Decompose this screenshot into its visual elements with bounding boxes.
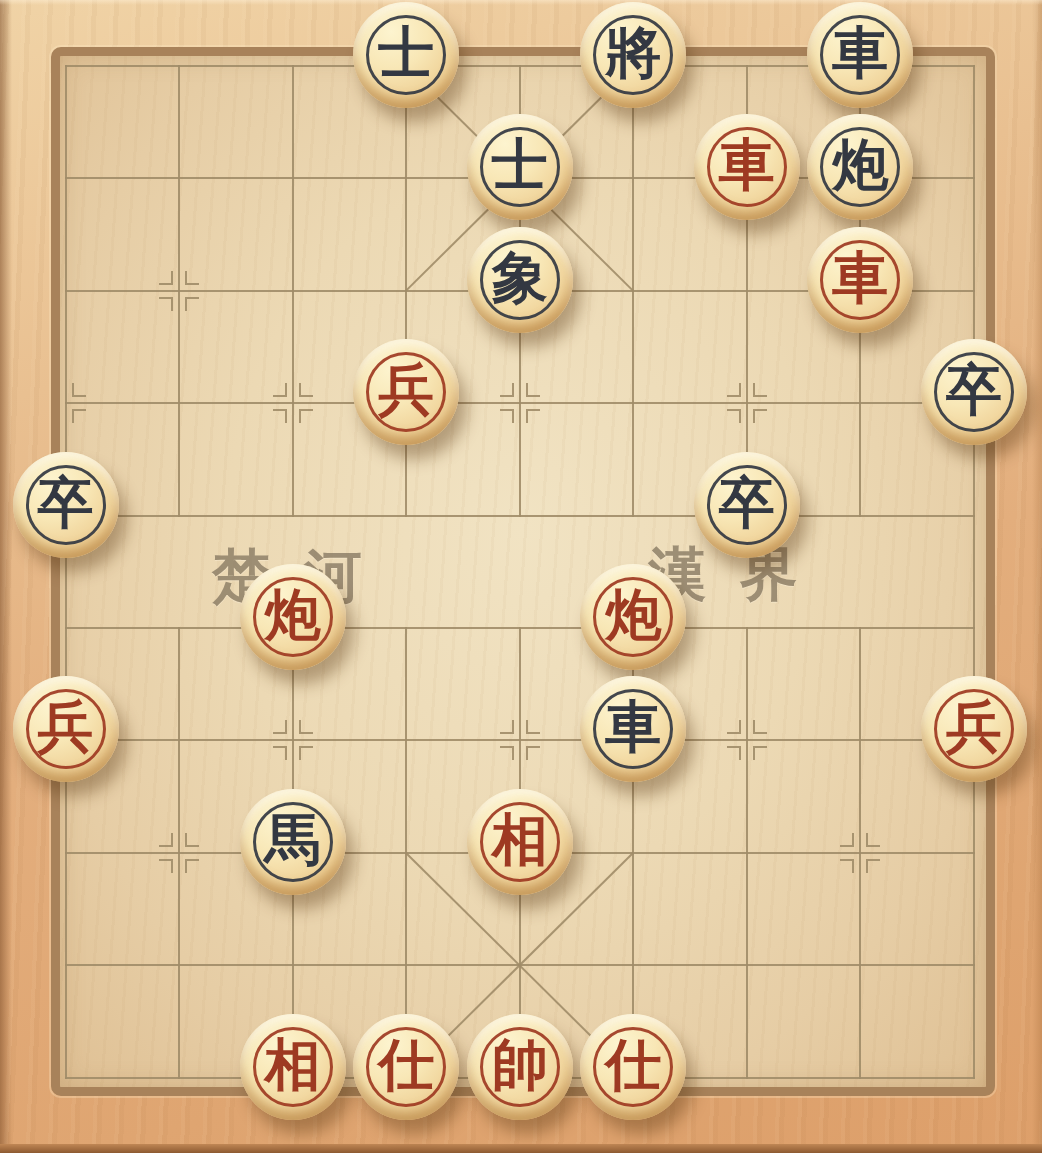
piece-glyph: 炮 (807, 112, 913, 218)
piece-black-horse[interactable]: 馬 (240, 789, 346, 895)
piece-glyph: 相 (240, 1012, 346, 1118)
piece-black-soldier[interactable]: 卒 (13, 452, 119, 558)
piece-glyph: 士 (353, 0, 459, 106)
piece-glyph: 帥 (467, 1012, 573, 1118)
piece-black-chariot[interactable]: 車 (580, 676, 686, 782)
piece-glyph: 兵 (353, 337, 459, 443)
piece-black-advisor[interactable]: 士 (353, 2, 459, 108)
piece-black-soldier[interactable]: 卒 (921, 339, 1027, 445)
piece-black-soldier[interactable]: 卒 (694, 452, 800, 558)
piece-red-advisor[interactable]: 仕 (353, 1014, 459, 1120)
piece-glyph: 仕 (580, 1012, 686, 1118)
piece-red-elephant[interactable]: 相 (240, 1014, 346, 1120)
piece-red-cannon[interactable]: 炮 (240, 564, 346, 670)
piece-glyph: 炮 (580, 562, 686, 668)
piece-red-general[interactable]: 帥 (467, 1014, 573, 1120)
piece-red-chariot[interactable]: 車 (694, 114, 800, 220)
piece-glyph: 兵 (13, 674, 119, 780)
xiangqi-board-screen: 楚河 漢界 士將車士車炮象車兵卒卒卒炮炮兵車兵馬相相仕帥仕 (0, 0, 1042, 1153)
piece-black-chariot[interactable]: 車 (807, 2, 913, 108)
piece-black-advisor[interactable]: 士 (467, 114, 573, 220)
board-edge-left (0, 0, 12, 1153)
piece-glyph: 炮 (240, 562, 346, 668)
piece-red-cannon[interactable]: 炮 (580, 564, 686, 670)
piece-red-advisor[interactable]: 仕 (580, 1014, 686, 1120)
piece-black-elephant[interactable]: 象 (467, 227, 573, 333)
piece-glyph: 士 (467, 112, 573, 218)
board-edge-right (1032, 0, 1042, 1153)
piece-glyph: 卒 (921, 337, 1027, 443)
piece-glyph: 將 (580, 0, 686, 106)
piece-red-soldier[interactable]: 兵 (353, 339, 459, 445)
piece-glyph: 車 (580, 674, 686, 780)
piece-glyph: 車 (807, 0, 913, 106)
board-edge-bottom (0, 1144, 1042, 1153)
piece-black-general[interactable]: 將 (580, 2, 686, 108)
piece-black-cannon[interactable]: 炮 (807, 114, 913, 220)
piece-red-soldier[interactable]: 兵 (921, 676, 1027, 782)
piece-glyph: 相 (467, 787, 573, 893)
piece-red-chariot[interactable]: 車 (807, 227, 913, 333)
piece-glyph: 車 (694, 112, 800, 218)
piece-red-soldier[interactable]: 兵 (13, 676, 119, 782)
piece-glyph: 仕 (353, 1012, 459, 1118)
piece-glyph: 兵 (921, 674, 1027, 780)
piece-red-elephant[interactable]: 相 (467, 789, 573, 895)
piece-glyph: 車 (807, 225, 913, 331)
piece-glyph: 馬 (240, 787, 346, 893)
piece-glyph: 象 (467, 225, 573, 331)
piece-glyph: 卒 (13, 450, 119, 556)
piece-glyph: 卒 (694, 450, 800, 556)
